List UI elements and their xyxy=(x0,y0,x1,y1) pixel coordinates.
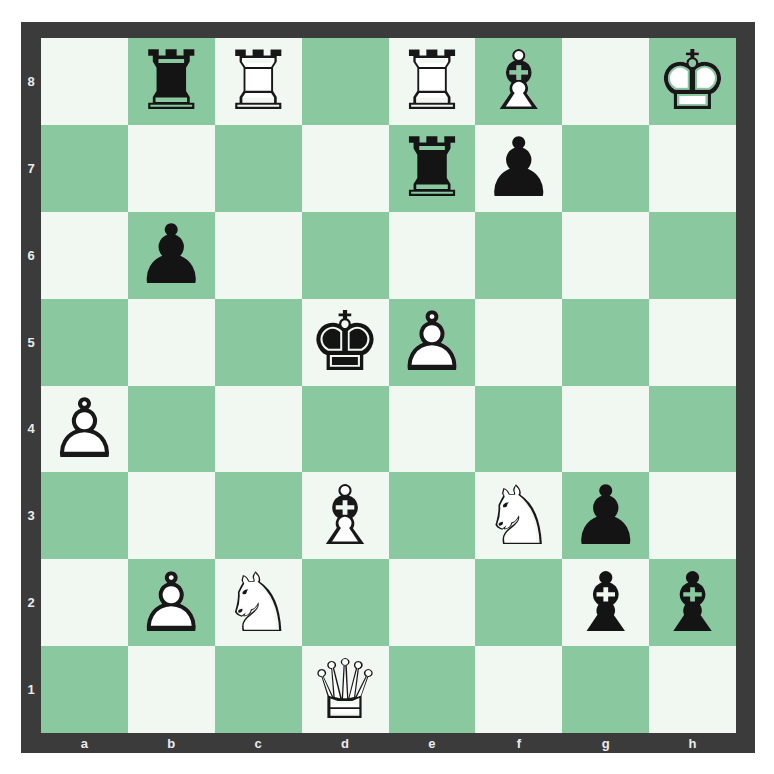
square-e3[interactable] xyxy=(389,472,476,559)
square-e5[interactable]: ♟♙ xyxy=(389,299,476,386)
square-d1[interactable]: ♛♕ xyxy=(302,646,389,733)
white-pawn-a4[interactable]: ♟♙ xyxy=(41,386,127,472)
square-a8[interactable] xyxy=(41,38,128,125)
piece-outline: ♘ xyxy=(482,473,556,559)
square-d8[interactable] xyxy=(302,38,389,125)
square-b7[interactable] xyxy=(128,125,215,212)
square-e4[interactable] xyxy=(389,386,476,473)
piece-outline: ♕ xyxy=(308,647,382,733)
square-h7[interactable] xyxy=(649,125,736,212)
square-a1[interactable] xyxy=(41,646,128,733)
square-d4[interactable] xyxy=(302,386,389,473)
black-king-d5[interactable]: ♚ xyxy=(302,299,388,385)
square-a3[interactable] xyxy=(41,472,128,559)
square-a5[interactable] xyxy=(41,299,128,386)
square-b1[interactable] xyxy=(128,646,215,733)
piece-outline: ♙ xyxy=(395,299,469,385)
board-frame: 87654321 abcdefgh ♜♜♖♜♖♝♗♚♔♜♟♟♚♟♙♟♙♝♗♞♘♟… xyxy=(21,22,755,753)
white-king-h8[interactable]: ♚♔ xyxy=(650,38,736,124)
square-a2[interactable] xyxy=(41,559,128,646)
square-c8[interactable]: ♜♖ xyxy=(215,38,302,125)
square-g4[interactable] xyxy=(562,386,649,473)
file-label-a: a xyxy=(41,733,128,753)
square-c4[interactable] xyxy=(215,386,302,473)
file-labels: abcdefgh xyxy=(41,733,736,753)
file-label-b: b xyxy=(128,733,215,753)
square-c3[interactable] xyxy=(215,472,302,559)
rank-label-8: 8 xyxy=(21,38,41,125)
black-pawn-g3[interactable]: ♟ xyxy=(563,473,649,559)
file-label-e: e xyxy=(389,733,476,753)
piece-outline: ♙ xyxy=(135,560,209,646)
black-bishop-h2[interactable]: ♝ xyxy=(650,560,736,646)
square-f6[interactable] xyxy=(475,212,562,299)
square-h2[interactable]: ♝ xyxy=(649,559,736,646)
square-e2[interactable] xyxy=(389,559,476,646)
piece-outline: ♗ xyxy=(308,473,382,559)
rank-label-4: 4 xyxy=(21,386,41,473)
square-e6[interactable] xyxy=(389,212,476,299)
square-g1[interactable] xyxy=(562,646,649,733)
square-h1[interactable] xyxy=(649,646,736,733)
piece-outline: ♘ xyxy=(221,560,295,646)
square-e7[interactable]: ♜ xyxy=(389,125,476,212)
piece-outline: ♙ xyxy=(48,386,122,472)
rank-label-7: 7 xyxy=(21,125,41,212)
square-g2[interactable]: ♝ xyxy=(562,559,649,646)
square-b8[interactable]: ♜ xyxy=(128,38,215,125)
square-d5[interactable]: ♚ xyxy=(302,299,389,386)
rank-labels: 87654321 xyxy=(21,38,41,733)
square-a6[interactable] xyxy=(41,212,128,299)
white-bishop-d3[interactable]: ♝♗ xyxy=(302,473,388,559)
file-label-c: c xyxy=(215,733,302,753)
square-g7[interactable] xyxy=(562,125,649,212)
white-pawn-e5[interactable]: ♟♙ xyxy=(389,299,475,385)
square-e8[interactable]: ♜♖ xyxy=(389,38,476,125)
rank-label-2: 2 xyxy=(21,559,41,646)
square-f2[interactable] xyxy=(475,559,562,646)
square-d2[interactable] xyxy=(302,559,389,646)
piece-outline: ♗ xyxy=(482,38,556,124)
square-c7[interactable] xyxy=(215,125,302,212)
white-pawn-b2[interactable]: ♟♙ xyxy=(128,560,214,646)
file-label-g: g xyxy=(562,733,649,753)
square-d7[interactable] xyxy=(302,125,389,212)
piece-outline: ♖ xyxy=(395,38,469,124)
square-f7[interactable]: ♟ xyxy=(475,125,562,212)
square-h5[interactable] xyxy=(649,299,736,386)
square-d6[interactable] xyxy=(302,212,389,299)
square-b5[interactable] xyxy=(128,299,215,386)
square-b3[interactable] xyxy=(128,472,215,559)
black-pawn-b6[interactable]: ♟ xyxy=(128,212,214,298)
board: ♜♜♖♜♖♝♗♚♔♜♟♟♚♟♙♟♙♝♗♞♘♟♟♙♞♘♝♝♛♕ xyxy=(41,38,736,733)
square-g3[interactable]: ♟ xyxy=(562,472,649,559)
white-rook-c8[interactable]: ♜♖ xyxy=(215,38,301,124)
white-rook-e8[interactable]: ♜♖ xyxy=(389,38,475,124)
square-c1[interactable] xyxy=(215,646,302,733)
square-h8[interactable]: ♚♔ xyxy=(649,38,736,125)
square-f3[interactable]: ♞♘ xyxy=(475,472,562,559)
file-label-h: h xyxy=(649,733,736,753)
white-knight-f3[interactable]: ♞♘ xyxy=(476,473,562,559)
rank-label-3: 3 xyxy=(21,472,41,559)
white-knight-c2[interactable]: ♞♘ xyxy=(215,560,301,646)
white-queen-d1[interactable]: ♛♕ xyxy=(302,647,388,733)
square-g5[interactable] xyxy=(562,299,649,386)
square-g6[interactable] xyxy=(562,212,649,299)
square-f1[interactable] xyxy=(475,646,562,733)
square-f5[interactable] xyxy=(475,299,562,386)
square-c5[interactable] xyxy=(215,299,302,386)
white-bishop-f8[interactable]: ♝♗ xyxy=(476,38,562,124)
square-h4[interactable] xyxy=(649,386,736,473)
square-b2[interactable]: ♟♙ xyxy=(128,559,215,646)
black-rook-e7[interactable]: ♜ xyxy=(389,125,475,211)
file-label-f: f xyxy=(475,733,562,753)
square-c6[interactable] xyxy=(215,212,302,299)
piece-outline: ♔ xyxy=(656,38,730,124)
rank-label-1: 1 xyxy=(21,646,41,733)
square-e1[interactable] xyxy=(389,646,476,733)
square-f4[interactable] xyxy=(475,386,562,473)
piece-outline: ♖ xyxy=(221,38,295,124)
black-pawn-f7[interactable]: ♟ xyxy=(476,125,562,211)
square-d3[interactable]: ♝♗ xyxy=(302,472,389,559)
square-c2[interactable]: ♞♘ xyxy=(215,559,302,646)
square-a7[interactable] xyxy=(41,125,128,212)
rank-label-5: 5 xyxy=(21,299,41,386)
square-b4[interactable] xyxy=(128,386,215,473)
square-h6[interactable] xyxy=(649,212,736,299)
square-g8[interactable] xyxy=(562,38,649,125)
rank-label-6: 6 xyxy=(21,212,41,299)
black-rook-b8[interactable]: ♜ xyxy=(128,38,214,124)
square-h3[interactable] xyxy=(649,472,736,559)
square-b6[interactable]: ♟ xyxy=(128,212,215,299)
black-bishop-g2[interactable]: ♝ xyxy=(563,560,649,646)
square-f8[interactable]: ♝♗ xyxy=(475,38,562,125)
square-a4[interactable]: ♟♙ xyxy=(41,386,128,473)
